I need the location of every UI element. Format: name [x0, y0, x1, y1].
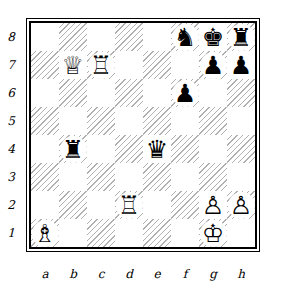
square-d3[interactable]: [115, 163, 143, 191]
square-d4[interactable]: [115, 135, 143, 163]
square-h5[interactable]: [227, 107, 255, 135]
square-g3[interactable]: [199, 163, 227, 191]
square-f8[interactable]: ♞: [171, 23, 199, 51]
square-h8[interactable]: ♜: [227, 23, 255, 51]
white-bishop-a1[interactable]: ♗: [32, 220, 59, 247]
rank-label-7: 7: [0, 51, 22, 79]
black-pawn-g7[interactable]: ♟: [200, 52, 227, 79]
square-f3[interactable]: [171, 163, 199, 191]
board-inner-frame: ♞♚♜♕♖♟♟♟♜♛♖♙♙♗♔: [29, 21, 257, 249]
square-a8[interactable]: [31, 23, 59, 51]
square-b3[interactable]: [59, 163, 87, 191]
square-e3[interactable]: [143, 163, 171, 191]
white-pawn-g2[interactable]: ♙: [200, 192, 227, 219]
square-c7[interactable]: ♖: [87, 51, 115, 79]
square-h1[interactable]: [227, 219, 255, 247]
square-g1[interactable]: ♔: [199, 219, 227, 247]
square-b4[interactable]: ♜: [59, 135, 87, 163]
square-d2[interactable]: ♖: [115, 191, 143, 219]
square-g2[interactable]: ♙: [199, 191, 227, 219]
square-f5[interactable]: [171, 107, 199, 135]
square-c3[interactable]: [87, 163, 115, 191]
rank-label-2: 2: [0, 191, 22, 219]
rank-label-1: 1: [0, 219, 22, 247]
square-g5[interactable]: [199, 107, 227, 135]
board-frame: ♞♚♜♕♖♟♟♟♜♛♖♙♙♗♔: [26, 18, 260, 252]
chess-diagram: 87654321 ♞♚♜♕♖♟♟♟♜♛♖♙♙♗♔ abcdefgh: [0, 0, 290, 303]
square-e4[interactable]: ♛: [143, 135, 171, 163]
square-e7[interactable]: [143, 51, 171, 79]
square-b7[interactable]: ♕: [59, 51, 87, 79]
square-d5[interactable]: [115, 107, 143, 135]
white-rook-d2[interactable]: ♖: [116, 192, 143, 219]
square-b8[interactable]: [59, 23, 87, 51]
square-a4[interactable]: [31, 135, 59, 163]
square-c6[interactable]: [87, 79, 115, 107]
file-label-f: f: [171, 267, 199, 281]
square-e5[interactable]: [143, 107, 171, 135]
file-label-c: c: [87, 267, 115, 281]
square-a5[interactable]: [31, 107, 59, 135]
square-d7[interactable]: [115, 51, 143, 79]
square-c8[interactable]: [87, 23, 115, 51]
square-a2[interactable]: [31, 191, 59, 219]
square-b1[interactable]: [59, 219, 87, 247]
square-f7[interactable]: [171, 51, 199, 79]
black-king-g8[interactable]: ♚: [200, 24, 227, 51]
square-f1[interactable]: [171, 219, 199, 247]
square-g7[interactable]: ♟: [199, 51, 227, 79]
black-knight-f8[interactable]: ♞: [172, 24, 199, 51]
white-queen-b7[interactable]: ♕: [60, 52, 87, 79]
file-label-b: b: [59, 267, 87, 281]
white-pawn-h2[interactable]: ♙: [228, 192, 255, 219]
square-c4[interactable]: [87, 135, 115, 163]
square-e6[interactable]: [143, 79, 171, 107]
square-h7[interactable]: ♟: [227, 51, 255, 79]
square-c5[interactable]: [87, 107, 115, 135]
rank-label-4: 4: [0, 135, 22, 163]
square-d8[interactable]: [115, 23, 143, 51]
square-e8[interactable]: [143, 23, 171, 51]
board-grid: ♞♚♜♕♖♟♟♟♜♛♖♙♙♗♔: [31, 23, 255, 247]
file-label-d: d: [115, 267, 143, 281]
square-h3[interactable]: [227, 163, 255, 191]
rank-label-8: 8: [0, 23, 22, 51]
square-a3[interactable]: [31, 163, 59, 191]
rank-label-6: 6: [0, 79, 22, 107]
square-h6[interactable]: [227, 79, 255, 107]
square-d6[interactable]: [115, 79, 143, 107]
white-king-g1[interactable]: ♔: [200, 220, 227, 247]
square-c1[interactable]: [87, 219, 115, 247]
square-c2[interactable]: [87, 191, 115, 219]
file-labels: abcdefgh: [31, 267, 255, 281]
square-b6[interactable]: [59, 79, 87, 107]
square-e1[interactable]: [143, 219, 171, 247]
black-queen-e4[interactable]: ♛: [144, 136, 171, 163]
square-f2[interactable]: [171, 191, 199, 219]
black-rook-b4[interactable]: ♜: [60, 136, 87, 163]
square-b5[interactable]: [59, 107, 87, 135]
square-g4[interactable]: [199, 135, 227, 163]
black-pawn-h7[interactable]: ♟: [228, 52, 255, 79]
square-a7[interactable]: [31, 51, 59, 79]
square-f4[interactable]: [171, 135, 199, 163]
white-rook-c7[interactable]: ♖: [88, 52, 115, 79]
square-a6[interactable]: [31, 79, 59, 107]
rank-label-3: 3: [0, 163, 22, 191]
file-label-a: a: [31, 267, 59, 281]
rank-labels: 87654321: [0, 23, 22, 247]
black-pawn-f6[interactable]: ♟: [172, 80, 199, 107]
square-d1[interactable]: [115, 219, 143, 247]
square-e2[interactable]: [143, 191, 171, 219]
square-a1[interactable]: ♗: [31, 219, 59, 247]
square-g6[interactable]: [199, 79, 227, 107]
file-label-h: h: [227, 267, 255, 281]
file-label-e: e: [143, 267, 171, 281]
rank-label-5: 5: [0, 107, 22, 135]
square-f6[interactable]: ♟: [171, 79, 199, 107]
file-label-g: g: [199, 267, 227, 281]
square-b2[interactable]: [59, 191, 87, 219]
square-g8[interactable]: ♚: [199, 23, 227, 51]
black-rook-h8[interactable]: ♜: [228, 24, 255, 51]
square-h4[interactable]: [227, 135, 255, 163]
square-h2[interactable]: ♙: [227, 191, 255, 219]
